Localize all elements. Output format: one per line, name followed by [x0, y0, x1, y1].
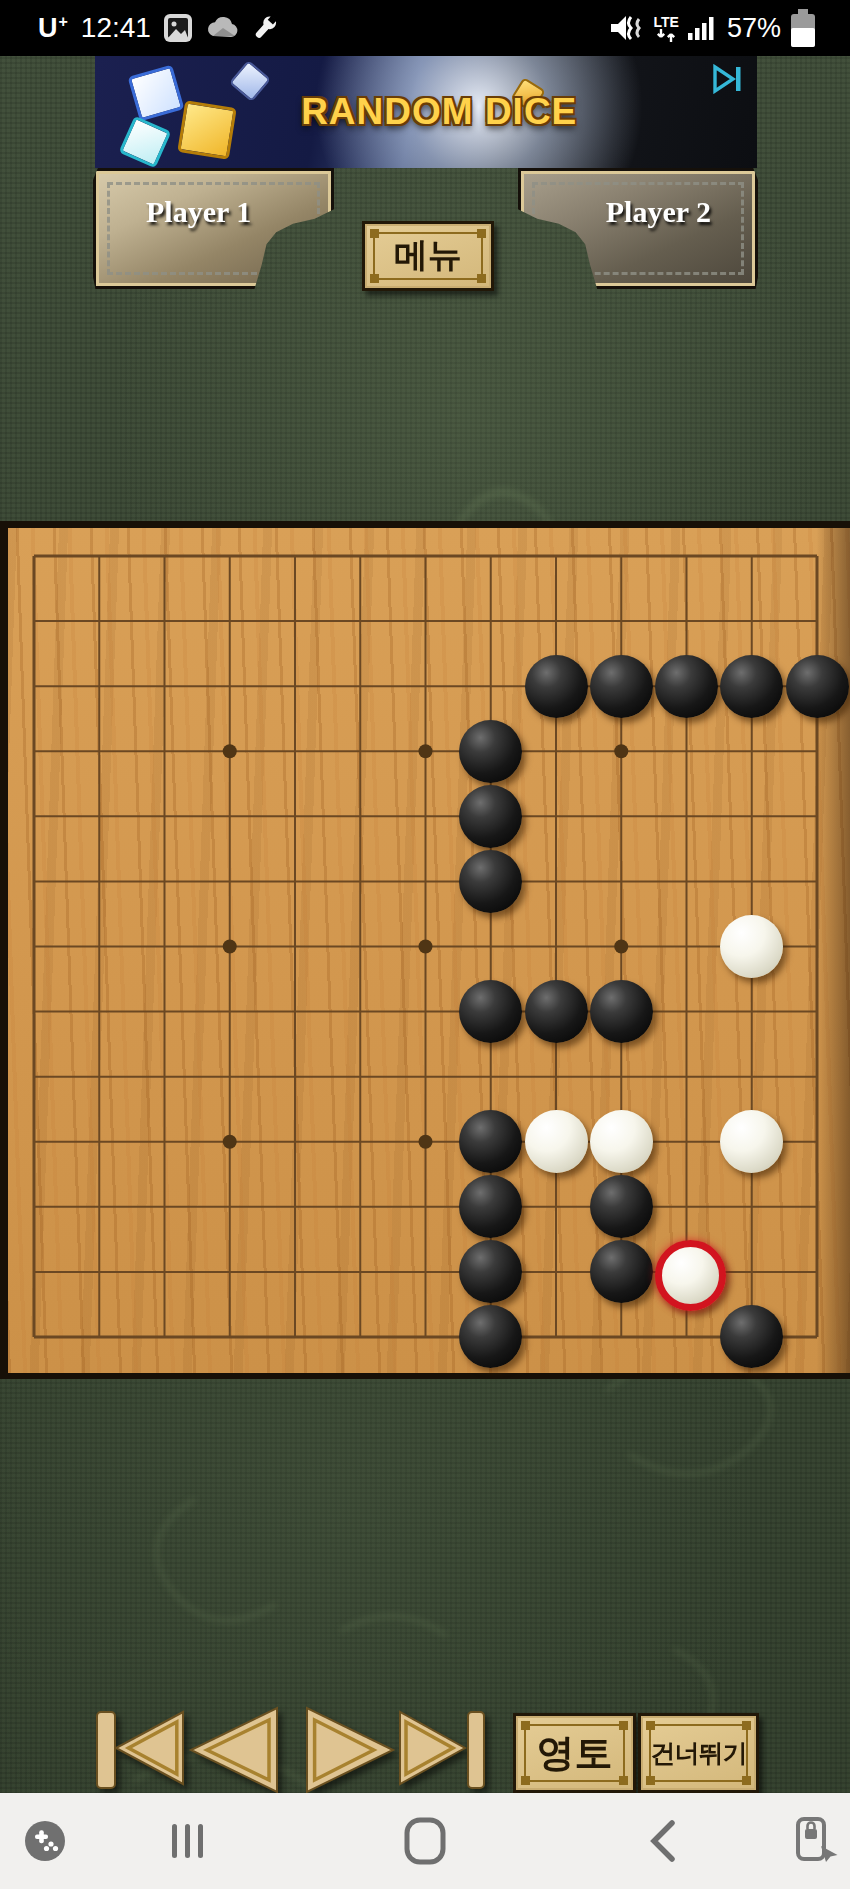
star-point	[223, 939, 237, 953]
white-stone-last-move	[655, 1240, 726, 1311]
menu-button-label: 메뉴	[394, 233, 462, 279]
skip-button-label: 건너뛰기	[651, 1737, 747, 1770]
dice-graphic	[119, 116, 172, 168]
mute-vibrate-icon	[609, 13, 645, 43]
lte-arrows-icon: LTE	[654, 15, 679, 42]
battery-icon	[790, 9, 816, 47]
player2-name: Player 2	[606, 195, 711, 229]
star-point	[614, 939, 628, 953]
black-stone	[459, 980, 522, 1043]
game-tools-icon[interactable]	[20, 1793, 70, 1889]
touch-lock-icon[interactable]	[788, 1793, 844, 1889]
black-stone	[655, 655, 718, 718]
star-point	[419, 939, 433, 953]
ad-banner[interactable]: RANDOM DICE	[95, 56, 757, 168]
territory-button[interactable]: 영토	[513, 1713, 636, 1793]
clock: 12:41	[81, 12, 151, 44]
wrench-icon	[251, 14, 279, 42]
carrier-label: U+	[38, 13, 69, 44]
star-point	[223, 1135, 237, 1149]
white-stone	[525, 1110, 588, 1173]
black-stone	[590, 655, 653, 718]
previous-move-button[interactable]	[191, 1708, 277, 1792]
ad-title: RANDOM DICE	[254, 91, 625, 133]
black-stone	[786, 655, 849, 718]
next-move-button[interactable]	[307, 1708, 393, 1792]
phone-screen: U+ 12:41	[0, 0, 850, 1889]
first-move-button[interactable]	[97, 1712, 183, 1788]
white-stone	[720, 915, 783, 978]
black-stone	[525, 980, 588, 1043]
black-stone	[590, 1175, 653, 1238]
last-move-button[interactable]	[400, 1712, 484, 1788]
star-point	[614, 744, 628, 758]
battery-percent: 57%	[727, 13, 781, 44]
territory-button-label: 영토	[537, 1728, 613, 1779]
white-stone	[590, 1110, 653, 1173]
black-stone	[459, 850, 522, 913]
black-stone	[590, 980, 653, 1043]
skip-button[interactable]: 건너뛰기	[638, 1713, 759, 1793]
home-icon[interactable]	[397, 1793, 453, 1889]
star-point	[419, 744, 433, 758]
star-point	[419, 1135, 433, 1149]
black-stone	[720, 655, 783, 718]
signal-bars-icon	[688, 15, 718, 41]
video-play-skip-icon[interactable]	[711, 64, 745, 94]
dice-graphic	[177, 100, 236, 159]
menu-button[interactable]: 메뉴	[362, 221, 494, 291]
back-icon[interactable]	[634, 1793, 690, 1889]
status-bar: U+ 12:41	[0, 0, 850, 56]
recent-apps-icon[interactable]	[160, 1793, 216, 1889]
player1-name: Player 1	[146, 195, 251, 229]
star-point	[223, 744, 237, 758]
dice-graphic	[128, 65, 185, 122]
black-stone	[525, 655, 588, 718]
picture-icon	[163, 13, 193, 43]
black-stone	[459, 720, 522, 783]
black-stone	[459, 785, 522, 848]
android-navbar	[0, 1793, 850, 1889]
black-stone	[590, 1240, 653, 1303]
cloud-icon	[205, 16, 239, 40]
